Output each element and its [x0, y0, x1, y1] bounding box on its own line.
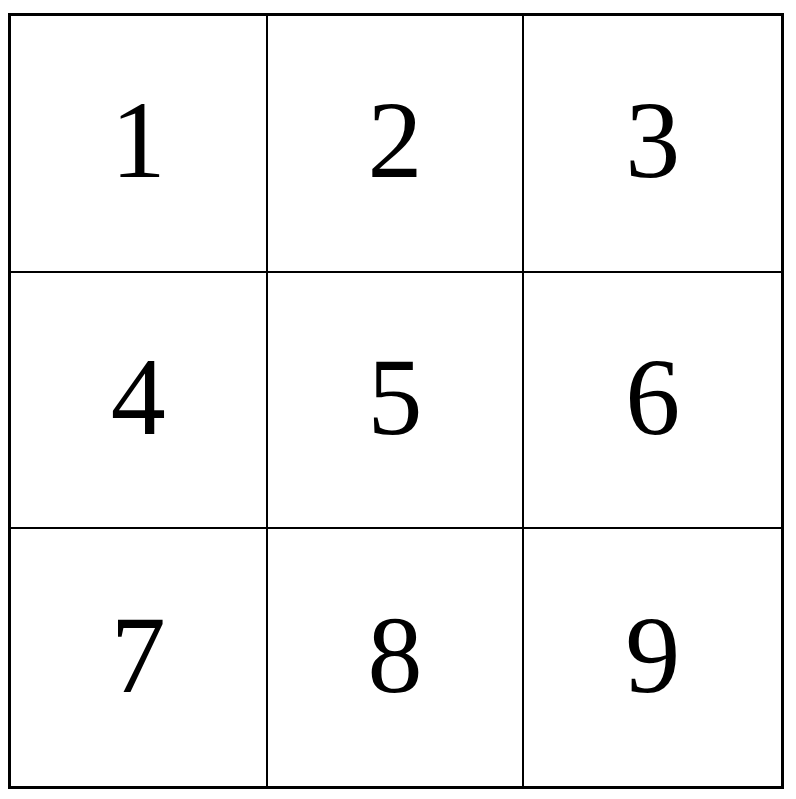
grid-cell-r2c3: 6 [524, 273, 781, 530]
cell-digit-2: 2 [367, 85, 422, 195]
cell-digit-4: 4 [111, 342, 166, 452]
grid-cell-r2c2: 5 [268, 273, 525, 530]
cell-digit-7: 7 [111, 600, 166, 710]
grid-cell-r2c1: 4 [11, 273, 268, 530]
cell-digit-3: 3 [625, 85, 680, 195]
nine-grid-board: 1 2 3 4 5 6 7 8 9 [8, 13, 784, 789]
cell-digit-9: 9 [625, 600, 680, 710]
page: 1 2 3 4 5 6 7 8 9 [0, 0, 796, 799]
grid-cell-r3c2: 8 [268, 529, 525, 786]
grid-cell-r1c1: 1 [11, 16, 268, 273]
cell-digit-6: 6 [625, 342, 680, 452]
grid-cell-r3c3: 9 [524, 529, 781, 786]
grid-cell-r3c1: 7 [11, 529, 268, 786]
cell-digit-5: 5 [367, 342, 422, 452]
cell-digit-8: 8 [367, 600, 422, 710]
grid-cell-r1c2: 2 [268, 16, 525, 273]
cell-digit-1: 1 [111, 85, 166, 195]
grid-cell-r1c3: 3 [524, 16, 781, 273]
